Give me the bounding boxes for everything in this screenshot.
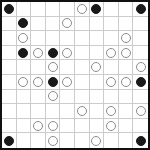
cell-r7c7[interactable]	[104, 104, 119, 119]
cell-r5c9[interactable]	[133, 75, 148, 90]
white-pearl	[18, 77, 28, 87]
cell-r2c7[interactable]	[104, 31, 119, 46]
cell-r8c6[interactable]	[90, 119, 105, 134]
white-pearl	[106, 106, 116, 116]
black-pearl	[4, 4, 14, 14]
cell-r8c1[interactable]	[17, 119, 32, 134]
cell-r8c0[interactable]	[2, 119, 17, 134]
white-pearl	[91, 136, 101, 146]
cell-r3c1[interactable]	[17, 46, 32, 61]
cell-r1c2[interactable]	[31, 17, 46, 32]
cell-r1c8[interactable]	[119, 17, 134, 32]
cell-r7c4[interactable]	[60, 104, 75, 119]
white-pearl	[62, 48, 72, 58]
cell-r8c4[interactable]	[60, 119, 75, 134]
cell-r7c0[interactable]	[2, 104, 17, 119]
cell-r6c8[interactable]	[119, 90, 134, 105]
cell-r0c4[interactable]	[60, 2, 75, 17]
cell-r3c5[interactable]	[75, 46, 90, 61]
cell-r3c7[interactable]	[104, 46, 119, 61]
cell-r6c9[interactable]	[133, 90, 148, 105]
cell-r6c4[interactable]	[60, 90, 75, 105]
black-pearl	[136, 136, 146, 146]
cell-r6c2[interactable]	[31, 90, 46, 105]
white-pearl	[48, 91, 58, 101]
cell-r8c7[interactable]	[104, 119, 119, 134]
black-pearl	[18, 18, 28, 28]
cell-r3c0[interactable]	[2, 46, 17, 61]
cell-r4c9[interactable]	[133, 60, 148, 75]
cell-r3c4[interactable]	[60, 46, 75, 61]
cell-r8c5[interactable]	[75, 119, 90, 134]
cell-r7c3[interactable]	[46, 104, 61, 119]
cell-r5c3[interactable]	[46, 75, 61, 90]
white-pearl	[106, 77, 116, 87]
cell-r6c6[interactable]	[90, 90, 105, 105]
cell-r4c2[interactable]	[31, 60, 46, 75]
cell-r9c6[interactable]	[90, 133, 105, 148]
cell-r6c3[interactable]	[46, 90, 61, 105]
cell-r9c5[interactable]	[75, 133, 90, 148]
cell-r7c5[interactable]	[75, 104, 90, 119]
black-pearl	[4, 136, 14, 146]
cell-r4c3[interactable]	[46, 60, 61, 75]
cell-r9c2[interactable]	[31, 133, 46, 148]
cell-r5c2[interactable]	[31, 75, 46, 90]
cell-r5c5[interactable]	[75, 75, 90, 90]
cell-r4c0[interactable]	[2, 60, 17, 75]
black-pearl	[18, 48, 28, 58]
cell-r6c7[interactable]	[104, 90, 119, 105]
white-pearl	[77, 106, 87, 116]
cell-r7c1[interactable]	[17, 104, 32, 119]
cell-r0c2[interactable]	[31, 2, 46, 17]
cell-r9c3[interactable]	[46, 133, 61, 148]
cell-r8c8[interactable]	[119, 119, 134, 134]
cell-r0c8[interactable]	[119, 2, 134, 17]
white-pearl	[136, 106, 146, 116]
cell-r2c0[interactable]	[2, 31, 17, 46]
cell-r7c8[interactable]	[119, 104, 134, 119]
cell-r0c5[interactable]	[75, 2, 90, 17]
cell-r2c1[interactable]	[17, 31, 32, 46]
cell-r8c9[interactable]	[133, 119, 148, 134]
cell-r1c0[interactable]	[2, 17, 17, 32]
cell-r3c6[interactable]	[90, 46, 105, 61]
cell-r0c7[interactable]	[104, 2, 119, 17]
white-pearl	[91, 62, 101, 72]
cell-r4c6[interactable]	[90, 60, 105, 75]
cell-r5c6[interactable]	[90, 75, 105, 90]
black-pearl	[136, 77, 146, 87]
masyu-board	[0, 0, 150, 150]
cell-r1c7[interactable]	[104, 17, 119, 32]
cell-r0c9[interactable]	[133, 2, 148, 17]
cell-r9c4[interactable]	[60, 133, 75, 148]
black-pearl	[48, 48, 58, 58]
cell-r2c6[interactable]	[90, 31, 105, 46]
white-pearl	[121, 77, 131, 87]
cell-r2c5[interactable]	[75, 31, 90, 46]
white-pearl	[33, 77, 43, 87]
cell-r2c2[interactable]	[31, 31, 46, 46]
cell-r1c5[interactable]	[75, 17, 90, 32]
black-pearl	[91, 4, 101, 14]
cell-r3c8[interactable]	[119, 46, 134, 61]
white-pearl	[48, 121, 58, 131]
cell-r2c9[interactable]	[133, 31, 148, 46]
cell-r4c5[interactable]	[75, 60, 90, 75]
cell-r3c3[interactable]	[46, 46, 61, 61]
cell-r1c6[interactable]	[90, 17, 105, 32]
cell-r9c9[interactable]	[133, 133, 148, 148]
white-pearl	[121, 33, 131, 43]
cell-r9c0[interactable]	[2, 133, 17, 148]
cell-r2c4[interactable]	[60, 31, 75, 46]
white-pearl	[106, 121, 116, 131]
cell-r4c1[interactable]	[17, 60, 32, 75]
cell-r1c9[interactable]	[133, 17, 148, 32]
white-pearl	[77, 4, 87, 14]
cell-r2c8[interactable]	[119, 31, 134, 46]
white-pearl	[18, 33, 28, 43]
cell-r6c0[interactable]	[2, 90, 17, 105]
cell-r9c8[interactable]	[119, 133, 134, 148]
cell-r1c4[interactable]	[60, 17, 75, 32]
white-pearl	[48, 136, 58, 146]
cell-r5c1[interactable]	[17, 75, 32, 90]
cell-r8c3[interactable]	[46, 119, 61, 134]
cell-r9c7[interactable]	[104, 133, 119, 148]
cell-r4c4[interactable]	[60, 60, 75, 75]
cell-r5c7[interactable]	[104, 75, 119, 90]
black-pearl	[136, 4, 146, 14]
cell-r4c7[interactable]	[104, 60, 119, 75]
white-pearl	[48, 62, 58, 72]
cell-r0c6[interactable]	[90, 2, 105, 17]
white-pearl	[33, 48, 43, 58]
white-pearl	[106, 48, 116, 58]
cell-r7c9[interactable]	[133, 104, 148, 119]
cell-r3c9[interactable]	[133, 46, 148, 61]
cell-r6c5[interactable]	[75, 90, 90, 105]
cell-r9c1[interactable]	[17, 133, 32, 148]
cell-r5c4[interactable]	[60, 75, 75, 90]
cell-r3c2[interactable]	[31, 46, 46, 61]
cell-r0c0[interactable]	[2, 2, 17, 17]
white-pearl	[121, 48, 131, 58]
cell-r8c2[interactable]	[31, 119, 46, 134]
cell-r1c1[interactable]	[17, 17, 32, 32]
black-pearl	[48, 77, 58, 87]
cell-r1c3[interactable]	[46, 17, 61, 32]
white-pearl	[136, 62, 146, 72]
white-pearl	[62, 18, 72, 28]
cell-r6c1[interactable]	[17, 90, 32, 105]
cell-r0c1[interactable]	[17, 2, 32, 17]
cell-r4c8[interactable]	[119, 60, 134, 75]
white-pearl	[33, 121, 43, 131]
cell-r7c2[interactable]	[31, 104, 46, 119]
cell-r5c8[interactable]	[119, 75, 134, 90]
cell-r7c6[interactable]	[90, 104, 105, 119]
cell-r5c0[interactable]	[2, 75, 17, 90]
cell-r0c3[interactable]	[46, 2, 61, 17]
white-pearl	[62, 77, 72, 87]
cell-r2c3[interactable]	[46, 31, 61, 46]
